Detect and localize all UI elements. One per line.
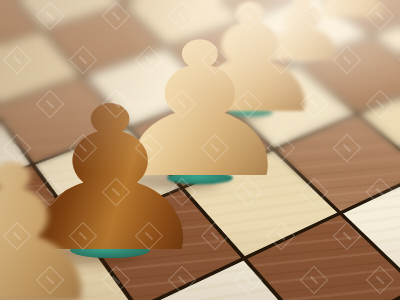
chessboard [0,0,400,300]
board-scene [0,0,400,300]
chessboard-photo: ♟♟♟♟♟♟ [0,0,400,300]
